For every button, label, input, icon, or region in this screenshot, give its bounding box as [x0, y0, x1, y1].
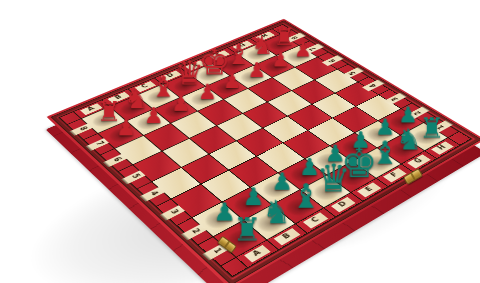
piece-green-knight-b1: ♞ — [263, 198, 292, 229]
piece-green-bishop-c1: ♝ — [291, 180, 321, 212]
piece-red-pawn-c7: ♟ — [172, 94, 191, 114]
piece-red-pawn-g7: ♟ — [272, 51, 290, 70]
piece-red-knight-g8: ♞ — [251, 34, 274, 58]
piece-green-knight-g1: ♞ — [396, 127, 422, 155]
piece-red-pawn-d7: ♟ — [198, 83, 217, 103]
piece-red-pawn-a7: ♟ — [116, 118, 136, 139]
rank-label-text: 5 — [121, 169, 149, 184]
rank-label-text: 7 — [86, 137, 113, 151]
file-label-text: F — [383, 168, 407, 183]
piece-green-rook-h1: ♜ — [420, 115, 445, 141]
piece-green-rook-a1: ♜ — [233, 215, 261, 245]
piece-red-pawn-e7: ♟ — [223, 72, 242, 92]
piece-red-pawn-h7: ♟ — [294, 41, 312, 60]
scene-stage: ABCDEFGH8♜♞♝♛♚♝♞♜87♟♟♟♟♟♟♟♟7665544332♟♟♟… — [0, 0, 480, 283]
rank-label-text: 3 — [159, 204, 188, 221]
piece-red-pawn-b7: ♟ — [144, 106, 164, 127]
rank-label-text: 4 — [362, 80, 385, 92]
rank-label-text: 8 — [69, 122, 95, 136]
piece-red-pawn-f7: ♟ — [248, 61, 266, 80]
photo-canvas: ABCDEFGH8♜♞♝♛♚♝♞♜87♟♟♟♟♟♟♟♟7665544332♟♟♟… — [0, 0, 480, 283]
piece-red-rook-h8: ♜ — [274, 26, 295, 49]
rank-label-text: 6 — [322, 55, 344, 66]
rank-label-text: 5 — [342, 67, 364, 78]
file-label-text: H — [431, 141, 454, 155]
